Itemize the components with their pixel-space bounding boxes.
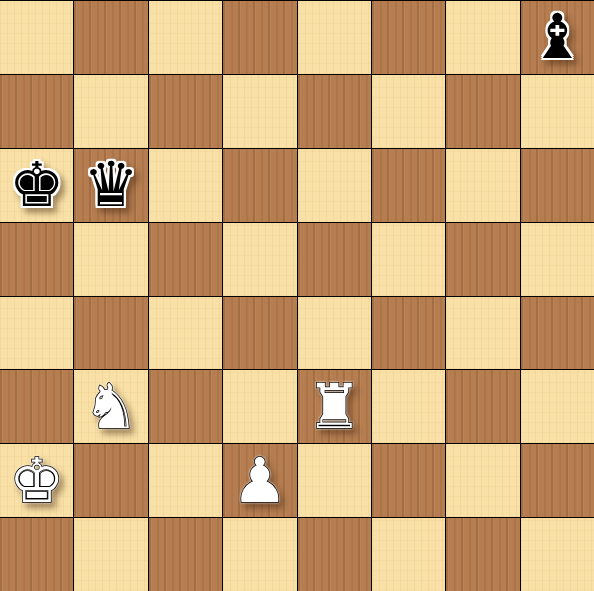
- square-h7[interactable]: [521, 75, 594, 148]
- square-a7[interactable]: [0, 75, 73, 148]
- square-c7[interactable]: [149, 75, 222, 148]
- square-d8[interactable]: [223, 1, 296, 74]
- square-d6[interactable]: [223, 149, 296, 222]
- square-f4[interactable]: [372, 297, 445, 370]
- square-b6[interactable]: ♛: [74, 149, 147, 222]
- square-d1[interactable]: [223, 518, 296, 591]
- piece-white-rook[interactable]: ♜: [306, 376, 362, 438]
- square-h4[interactable]: [521, 297, 594, 370]
- square-f3[interactable]: [372, 370, 445, 443]
- square-b1[interactable]: [74, 518, 147, 591]
- square-d7[interactable]: [223, 75, 296, 148]
- square-a1[interactable]: [0, 518, 73, 591]
- square-h1[interactable]: [521, 518, 594, 591]
- square-a6[interactable]: ♚: [0, 149, 73, 222]
- square-d3[interactable]: [223, 370, 296, 443]
- piece-black-bishop[interactable]: ♝: [530, 6, 586, 68]
- square-f1[interactable]: [372, 518, 445, 591]
- square-b8[interactable]: [74, 1, 147, 74]
- square-c1[interactable]: [149, 518, 222, 591]
- square-c3[interactable]: [149, 370, 222, 443]
- square-f7[interactable]: [372, 75, 445, 148]
- square-a2[interactable]: ♚: [0, 444, 73, 517]
- square-e4[interactable]: [298, 297, 371, 370]
- square-b5[interactable]: [74, 223, 147, 296]
- square-b7[interactable]: [74, 75, 147, 148]
- piece-black-queen[interactable]: ♛: [83, 154, 139, 216]
- square-c5[interactable]: [149, 223, 222, 296]
- square-g5[interactable]: [446, 223, 519, 296]
- square-g3[interactable]: [446, 370, 519, 443]
- square-f8[interactable]: [372, 1, 445, 74]
- square-c4[interactable]: [149, 297, 222, 370]
- square-a3[interactable]: [0, 370, 73, 443]
- square-c6[interactable]: [149, 149, 222, 222]
- square-a8[interactable]: [0, 1, 73, 74]
- square-h6[interactable]: [521, 149, 594, 222]
- square-d4[interactable]: [223, 297, 296, 370]
- square-d2[interactable]: ♟: [223, 444, 296, 517]
- square-e2[interactable]: [298, 444, 371, 517]
- square-g8[interactable]: [446, 1, 519, 74]
- square-f6[interactable]: [372, 149, 445, 222]
- square-g4[interactable]: [446, 297, 519, 370]
- square-g7[interactable]: [446, 75, 519, 148]
- square-h2[interactable]: [521, 444, 594, 517]
- square-e8[interactable]: [298, 1, 371, 74]
- square-e3[interactable]: ♜: [298, 370, 371, 443]
- square-h8[interactable]: ♝: [521, 1, 594, 74]
- square-e1[interactable]: [298, 518, 371, 591]
- square-a4[interactable]: [0, 297, 73, 370]
- chess-board-window: ♝♚♛♞♜♚♟: [0, 0, 594, 591]
- square-g1[interactable]: [446, 518, 519, 591]
- square-f2[interactable]: [372, 444, 445, 517]
- piece-white-pawn[interactable]: ♟: [232, 450, 288, 512]
- square-c2[interactable]: [149, 444, 222, 517]
- chess-board: ♝♚♛♞♜♚♟: [0, 0, 594, 591]
- square-g6[interactable]: [446, 149, 519, 222]
- square-b3[interactable]: ♞: [74, 370, 147, 443]
- square-h3[interactable]: [521, 370, 594, 443]
- piece-white-knight[interactable]: ♞: [83, 376, 139, 438]
- square-f5[interactable]: [372, 223, 445, 296]
- square-b4[interactable]: [74, 297, 147, 370]
- square-g2[interactable]: [446, 444, 519, 517]
- square-e6[interactable]: [298, 149, 371, 222]
- square-e5[interactable]: [298, 223, 371, 296]
- square-a5[interactable]: [0, 223, 73, 296]
- square-d5[interactable]: [223, 223, 296, 296]
- piece-white-king[interactable]: ♚: [9, 450, 65, 512]
- square-b2[interactable]: [74, 444, 147, 517]
- square-c8[interactable]: [149, 1, 222, 74]
- square-e7[interactable]: [298, 75, 371, 148]
- piece-black-king[interactable]: ♚: [9, 154, 65, 216]
- square-h5[interactable]: [521, 223, 594, 296]
